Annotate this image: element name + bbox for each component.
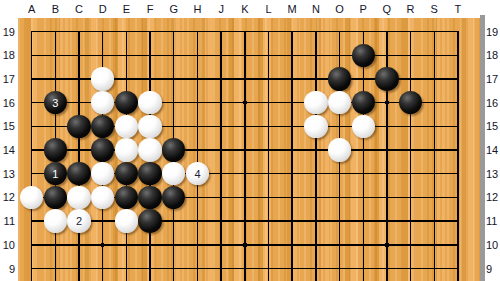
coord-number-right-19: 19 [486, 24, 500, 40]
go-board-viewer: ABCDEFGHJKLMNOPQRST 19181716151413121110… [0, 0, 500, 281]
stone-white-H13[interactable]: 4 [186, 162, 209, 185]
coord-number-left-10: 10 [0, 237, 15, 253]
coord-number-right-15: 15 [486, 118, 500, 134]
grid-line-v-H [197, 31, 198, 281]
coord-letter-T: T [455, 1, 462, 17]
stone-white-C11[interactable]: 2 [67, 209, 90, 232]
stone-white-A12[interactable] [20, 186, 43, 209]
board-right-shadow [480, 15, 485, 281]
grid-line-v-P [363, 31, 364, 281]
move-number-label-B13: 1 [52, 168, 58, 180]
coord-number-left-14: 14 [0, 142, 15, 158]
stone-black-D14[interactable] [91, 138, 114, 161]
coord-letter-B: B [52, 1, 59, 17]
stone-white-F14[interactable] [138, 138, 161, 161]
stone-white-B11[interactable] [44, 209, 67, 232]
coord-number-left-16: 16 [0, 95, 15, 111]
stone-white-D13[interactable] [91, 162, 114, 185]
stone-black-F12[interactable] [138, 186, 161, 209]
coord-number-right-17: 17 [486, 71, 500, 87]
star-point-Q10 [385, 243, 389, 247]
coord-letter-M: M [288, 1, 297, 17]
stone-white-N15[interactable] [304, 115, 327, 138]
coord-letter-C: C [75, 1, 83, 17]
stone-black-D15[interactable] [91, 115, 114, 138]
coord-letter-J: J [218, 1, 224, 17]
grid-line-v-S [434, 31, 435, 281]
stone-white-E11[interactable] [115, 209, 138, 232]
coord-letter-K: K [241, 1, 248, 17]
stone-white-E15[interactable] [115, 115, 138, 138]
stone-black-P16[interactable] [352, 91, 375, 114]
grid-line-v-L [268, 31, 269, 281]
move-number-label-H13: 4 [194, 168, 200, 180]
stone-black-B12[interactable] [44, 186, 67, 209]
coord-number-left-19: 19 [0, 24, 15, 40]
stone-black-E13[interactable] [115, 162, 138, 185]
coord-number-right-10: 10 [486, 237, 500, 253]
stone-black-C15[interactable] [67, 115, 90, 138]
stone-black-F11[interactable] [138, 209, 161, 232]
grid-line-v-M [291, 31, 292, 281]
stone-white-O16[interactable] [328, 91, 351, 114]
stone-white-D16[interactable] [91, 91, 114, 114]
stone-black-C13[interactable] [67, 162, 90, 185]
grid-line-v-J [220, 31, 221, 281]
coord-number-right-14: 14 [486, 142, 500, 158]
grid-line-v-R [410, 31, 411, 281]
stone-white-P15[interactable] [352, 115, 375, 138]
coord-letter-N: N [312, 1, 320, 17]
coord-number-right-12: 12 [486, 189, 500, 205]
stone-white-C12[interactable] [67, 186, 90, 209]
stone-black-F13[interactable] [138, 162, 161, 185]
stone-white-E14[interactable] [115, 138, 138, 161]
coord-number-left-18: 18 [0, 47, 15, 63]
coord-letter-E: E [123, 1, 130, 17]
coord-number-right-11: 11 [486, 213, 500, 229]
star-point-K10 [243, 243, 247, 247]
coord-letter-S: S [431, 1, 438, 17]
coord-number-left-13: 13 [0, 166, 15, 182]
move-number-label-B16: 3 [52, 97, 58, 109]
coord-letter-H: H [193, 1, 201, 17]
grid-line-v-C [78, 31, 79, 281]
stone-black-B14[interactable] [44, 138, 67, 161]
stone-black-B13[interactable]: 1 [44, 162, 67, 185]
coord-letter-A: A [28, 1, 35, 17]
stone-white-D17[interactable] [91, 67, 114, 90]
stone-black-G12[interactable] [162, 186, 185, 209]
stone-black-E12[interactable] [115, 186, 138, 209]
goban[interactable]: 3142 [18, 18, 480, 281]
grid-line-v-N [315, 31, 316, 281]
stone-white-G13[interactable] [162, 162, 185, 185]
coord-number-right-13: 13 [486, 166, 500, 182]
coord-number-left-17: 17 [0, 71, 15, 87]
coord-letter-F: F [147, 1, 154, 17]
stone-black-B16[interactable]: 3 [44, 91, 67, 114]
stone-white-F16[interactable] [138, 91, 161, 114]
coord-number-left-11: 11 [0, 213, 15, 229]
stone-black-O17[interactable] [328, 67, 351, 90]
stone-white-N16[interactable] [304, 91, 327, 114]
stone-black-Q17[interactable] [375, 67, 398, 90]
grid-line-v-A [31, 31, 32, 281]
coord-number-right-16: 16 [486, 95, 500, 111]
coord-letter-G: G [169, 1, 178, 17]
grid-line-v-T [457, 31, 458, 281]
star-point-K16 [243, 101, 247, 105]
coord-number-right-18: 18 [486, 47, 500, 63]
coord-number-left-12: 12 [0, 189, 15, 205]
coord-number-left-15: 15 [0, 118, 15, 134]
coord-letter-D: D [99, 1, 107, 17]
coord-number-right-9: 9 [486, 261, 500, 277]
stone-black-G14[interactable] [162, 138, 185, 161]
coord-letter-O: O [335, 1, 344, 17]
stone-white-D12[interactable] [91, 186, 114, 209]
stone-white-F15[interactable] [138, 115, 161, 138]
coord-number-left-9: 9 [0, 261, 15, 277]
star-point-D10 [101, 243, 105, 247]
coord-letter-L: L [265, 1, 271, 17]
move-number-label-C11: 2 [76, 215, 82, 227]
stone-black-E16[interactable] [115, 91, 138, 114]
star-point-Q16 [385, 101, 389, 105]
coord-letter-R: R [407, 1, 415, 17]
stone-black-R16[interactable] [399, 91, 422, 114]
stone-white-O14[interactable] [328, 138, 351, 161]
coord-letter-P: P [360, 1, 367, 17]
stone-black-P18[interactable] [352, 44, 375, 67]
coord-letter-Q: Q [383, 1, 392, 17]
